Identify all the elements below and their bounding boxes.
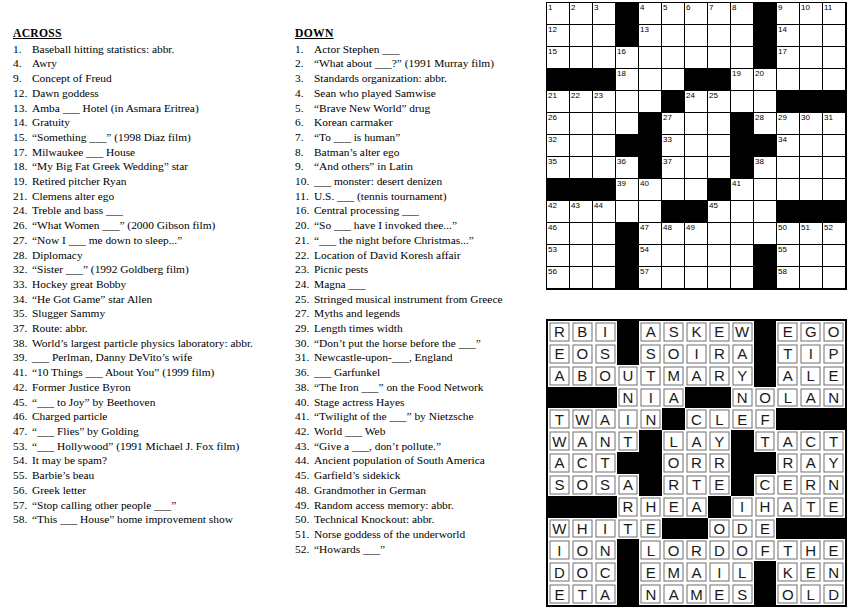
clue-number: 4. [295,86,314,101]
clue-item: 5.“Brave New World” drug [295,101,551,116]
clue-item: 37.Route: abbr. [13,321,293,336]
puzzle-cell[interactable] [662,25,685,47]
puzzle-cell[interactable] [639,47,662,69]
clue-item: 21.Clemens alter ego [13,189,293,204]
solution-letter-cell: B [571,321,594,343]
puzzle-cell[interactable]: 47 [639,223,662,245]
puzzle-cell[interactable]: 48 [662,223,685,245]
block-cell [570,179,593,201]
puzzle-cell[interactable]: 22 [570,91,593,113]
clue-text: “So ___ have I invoked thee...” [314,218,551,233]
puzzle-cell[interactable]: 34 [777,135,800,157]
solution-letter-cell: C [754,474,777,496]
clue-text: Hockey great Bobby [32,277,293,292]
cell-number: 43 [571,201,580,210]
cell-number: 52 [824,223,833,232]
clue-number: 23. [295,262,314,277]
puzzle-cell[interactable] [731,25,754,47]
puzzle-cell[interactable] [708,47,731,69]
puzzle-cell[interactable] [639,201,662,223]
puzzle-cell[interactable]: 27 [662,113,685,135]
clue-item: 18.“My Big Fat Greek Wedding” star [13,159,293,174]
puzzle-cell[interactable]: 3 [593,3,616,25]
solution-block-cell [594,496,617,518]
clue-text: “What Women ___” (2000 Gibson film) [32,218,293,233]
block-cell [616,245,639,267]
puzzle-cell[interactable] [685,245,708,267]
block-cell [547,179,570,201]
solution-letter-cell: L [799,583,822,605]
clue-number: 15. [13,130,32,145]
clue-number: 58. [13,512,32,527]
block-cell [800,201,823,223]
puzzle-cell[interactable] [685,25,708,47]
puzzle-cell[interactable] [754,91,777,113]
crossword-solution-grid: RBIASKEWEGOEOSSOIRATIPABOUTMARYALENIANOL… [546,319,847,607]
puzzle-cell[interactable]: 56 [547,267,570,289]
puzzle-cell[interactable] [731,47,754,69]
solution-letter-cell: L [776,387,799,409]
clue-item: 29.Length times width [295,321,551,336]
puzzle-cell[interactable]: 29 [777,113,800,135]
puzzle-cell[interactable]: 19 [731,69,754,91]
clue-item: 1.Baseball hitting statistics: abbr. [13,42,293,57]
block-cell [662,201,685,223]
cell-number: 36 [617,157,626,166]
clue-item: 34.“He Got Game” star Allen [13,292,293,307]
puzzle-cell[interactable] [593,135,616,157]
puzzle-cell[interactable]: 31 [823,113,846,135]
clue-text: “Something ___” (1998 Diaz film) [32,130,293,145]
puzzle-cell[interactable]: 49 [685,223,708,245]
puzzle-cell[interactable] [639,91,662,113]
block-cell [754,245,777,267]
puzzle-cell[interactable] [593,245,616,267]
puzzle-cell[interactable]: 45 [708,201,731,223]
puzzle-cell[interactable]: 57 [639,267,662,289]
puzzle-cell[interactable] [754,179,777,201]
clue-item: 38.“The Iron ___” on the Food Network [295,380,551,395]
puzzle-cell[interactable]: 1 [547,3,570,25]
puzzle-cell[interactable]: 58 [777,267,800,289]
solution-block-cell [617,343,640,365]
solution-letter-cell: R [685,452,708,474]
block-cell [777,201,800,223]
clue-text: It may be spam? [32,453,293,468]
puzzle-cell[interactable] [823,69,846,91]
puzzle-cell[interactable] [685,113,708,135]
solution-block-cell [754,452,777,474]
puzzle-cell[interactable] [731,201,754,223]
cell-number: 12 [548,25,557,34]
cell-number: 29 [778,113,787,122]
solution-letter-cell: C [799,430,822,452]
clue-number: 57. [13,498,32,513]
solution-letter-cell: I [594,321,617,343]
clue-number: 50. [295,512,314,527]
puzzle-cell[interactable]: 9 [777,3,800,25]
solution-letter-cell: O [662,452,685,474]
puzzle-cell[interactable] [662,179,685,201]
puzzle-cell[interactable] [823,25,846,47]
puzzle-cell[interactable] [823,135,846,157]
puzzle-cell[interactable]: 35 [547,157,570,179]
solution-letter-cell: A [617,474,640,496]
clue-number: 10. [295,174,314,189]
puzzle-cell[interactable] [823,179,846,201]
cell-number: 35 [548,157,557,166]
puzzle-cell[interactable]: 23 [593,91,616,113]
clue-text: ___ Garfunkel [314,365,551,380]
puzzle-cell[interactable] [731,245,754,267]
puzzle-cell[interactable] [616,91,639,113]
puzzle-cell[interactable] [754,201,777,223]
cell-number: 9 [778,3,782,12]
puzzle-cell[interactable]: 11 [823,3,846,25]
solution-letter-cell: B [571,365,594,387]
clue-text: Charged particle [32,409,293,424]
solution-letter-cell: K [685,321,708,343]
solution-letter-cell: E [822,539,845,561]
clue-text: “And others” in Latin [314,159,551,174]
solution-letter-cell: O [822,321,845,343]
solution-letter-cell: O [754,387,777,409]
clue-item: 23.Picnic pests [295,262,551,277]
puzzle-cell[interactable]: 32 [547,135,570,157]
solution-letter-cell: D [731,518,754,540]
clue-item: 15.“Something ___” (1998 Diaz film) [13,130,293,145]
puzzle-cell[interactable] [708,135,731,157]
puzzle-cell[interactable] [593,267,616,289]
puzzle-cell[interactable]: 43 [570,201,593,223]
solution-block-cell [571,387,594,409]
puzzle-cell[interactable] [593,157,616,179]
puzzle-cell[interactable] [708,113,731,135]
puzzle-cell[interactable]: 41 [731,179,754,201]
puzzle-cell[interactable] [685,179,708,201]
puzzle-cell[interactable]: 52 [823,223,846,245]
puzzle-cell[interactable]: 39 [616,179,639,201]
puzzle-cell[interactable] [570,113,593,135]
puzzle-cell[interactable] [800,135,823,157]
puzzle-cell[interactable]: 15 [547,47,570,69]
puzzle-cell[interactable] [754,223,777,245]
puzzle-cell[interactable]: 55 [777,245,800,267]
clue-item: 35.Slugger Sammy [13,306,293,321]
puzzle-cell[interactable] [731,223,754,245]
clue-number: 17. [13,145,32,160]
solution-letter-cell: K [776,561,799,583]
solution-letter-cell: T [822,430,845,452]
clue-item: 39.___ Perlman, Danny DeVito’s wife [13,350,293,365]
clue-number: 25. [295,292,314,307]
puzzle-cell[interactable]: 6 [685,3,708,25]
clue-item: 6.Korean carmaker [295,115,551,130]
solution-letter-cell: P [822,343,845,365]
puzzle-cell[interactable] [800,267,823,289]
puzzle-cell[interactable]: 4 [639,3,662,25]
clue-text: Concept of Freud [32,71,293,86]
puzzle-cell[interactable]: 21 [547,91,570,113]
puzzle-cell[interactable]: 40 [639,179,662,201]
clue-text: Norse goddess of the underworld [314,527,551,542]
solution-block-cell [617,321,640,343]
puzzle-cell[interactable] [708,25,731,47]
solution-block-cell [799,518,822,540]
solution-letter-cell: Y [731,365,754,387]
puzzle-cell[interactable] [593,113,616,135]
clue-text: Slugger Sammy [32,306,293,321]
block-cell [685,201,708,223]
clue-item: 13.Amba ___ Hotel (in Asmara Eritrea) [13,101,293,116]
puzzle-cell[interactable]: 51 [800,223,823,245]
solution-letter-cell: S [639,343,662,365]
puzzle-cell[interactable] [731,267,754,289]
solution-letter-cell: E [708,583,731,605]
puzzle-cell[interactable] [685,135,708,157]
puzzle-cell[interactable]: 54 [639,245,662,267]
puzzle-cell[interactable] [800,157,823,179]
solution-block-cell [822,408,845,430]
solution-letter-cell: O [571,561,594,583]
puzzle-cell[interactable] [570,245,593,267]
clue-item: 16.Central processing ___ [295,203,551,218]
solution-letter-cell: R [776,452,799,474]
clue-number: 18. [13,159,32,174]
solution-letter-cell: I [548,539,571,561]
puzzle-cell[interactable]: 24 [685,91,708,113]
clue-item: 57.“Stop calling other people ___” [13,498,293,513]
puzzle-cell[interactable]: 25 [708,91,731,113]
clue-text: Retired pitcher Ryan [32,174,293,189]
clue-item: 33.Hockey great Bobby [13,277,293,292]
puzzle-cell[interactable] [662,69,685,91]
solution-block-cell [594,387,617,409]
puzzle-cell[interactable] [685,267,708,289]
cell-number: 26 [548,113,557,122]
solution-letter-cell: N [594,539,617,561]
puzzle-cell[interactable]: 2 [570,3,593,25]
solution-letter-cell: O [662,343,685,365]
solution-letter-cell: A [685,365,708,387]
clue-text: Myths and legends [314,306,551,321]
puzzle-cell[interactable] [823,157,846,179]
puzzle-cell[interactable]: 7 [708,3,731,25]
clue-item: 55.Barbie’s beau [13,468,293,483]
puzzle-cell[interactable]: 13 [639,25,662,47]
puzzle-cell[interactable]: 28 [754,113,777,135]
puzzle-cell[interactable] [593,25,616,47]
block-cell [616,135,639,157]
solution-letter-cell: Y [708,430,731,452]
puzzle-cell[interactable] [616,113,639,135]
puzzle-cell[interactable] [662,245,685,267]
solution-letter-cell: E [731,408,754,430]
puzzle-cell[interactable] [593,47,616,69]
puzzle-cell[interactable]: 8 [731,3,754,25]
puzzle-cell[interactable] [570,157,593,179]
puzzle-cell[interactable]: 10 [800,3,823,25]
clue-text: Ancient population of South America [314,453,551,468]
clue-text: “My Big Fat Greek Wedding” star [32,159,293,174]
puzzle-cell[interactable] [823,267,846,289]
clue-text: Random access memory: abbr. [314,498,551,513]
clue-item: 1.Actor Stephen ___ [295,42,551,57]
puzzle-cell[interactable] [777,157,800,179]
puzzle-cell[interactable]: 44 [593,201,616,223]
puzzle-cell[interactable] [708,157,731,179]
puzzle-cell[interactable] [685,157,708,179]
clue-item: 24.Magna ___ [295,277,551,292]
puzzle-cell[interactable]: 50 [777,223,800,245]
puzzle-cell[interactable] [800,25,823,47]
block-cell [800,91,823,113]
solution-letter-cell: O [571,343,594,365]
puzzle-cell[interactable]: 36 [616,157,639,179]
block-cell [754,47,777,69]
clue-item: 48.Grandmother in German [295,483,551,498]
puzzle-cell[interactable] [570,47,593,69]
puzzle-cell[interactable]: 16 [616,47,639,69]
puzzle-cell[interactable] [823,47,846,69]
solution-letter-cell: T [776,343,799,365]
puzzle-cell[interactable] [777,69,800,91]
cell-number: 56 [548,267,557,276]
solution-letter-cell: E [548,343,571,365]
clue-text: “Now I ___ me down to sleep...” [32,233,293,248]
solution-letter-cell: E [548,583,571,605]
solution-letter-cell: A [685,430,708,452]
solution-block-cell [548,387,571,409]
clue-text: “The Iron ___” on the Food Network [314,380,551,395]
puzzle-cell[interactable] [639,69,662,91]
puzzle-cell[interactable]: 46 [547,223,570,245]
puzzle-cell[interactable] [570,135,593,157]
puzzle-cell[interactable] [662,47,685,69]
puzzle-cell[interactable] [570,267,593,289]
clue-item: 17.Milwaukee ___ House [13,145,293,160]
puzzle-cell[interactable]: 26 [547,113,570,135]
puzzle-cell[interactable] [777,179,800,201]
solution-letter-cell: O [776,583,799,605]
block-cell [823,91,846,113]
solution-letter-cell: A [594,583,617,605]
puzzle-cell[interactable] [570,223,593,245]
solution-letter-cell: D [708,539,731,561]
solution-letter-cell: A [776,365,799,387]
puzzle-cell[interactable]: 17 [777,47,800,69]
clue-item: 26.“What Women ___” (2000 Gibson film) [13,218,293,233]
solution-letter-cell: T [639,365,662,387]
solution-letter-cell: A [731,343,754,365]
clue-number: 32. [13,262,32,277]
puzzle-cell[interactable] [570,25,593,47]
solution-letter-cell: T [548,408,571,430]
clue-text: Former Justice Byron [32,380,293,395]
puzzle-cell[interactable] [800,179,823,201]
puzzle-cell[interactable] [823,245,846,267]
puzzle-cell[interactable]: 12 [547,25,570,47]
across-clues-column: ACROSS 1.Baseball hitting statistics: ab… [13,27,293,527]
puzzle-cell[interactable]: 30 [800,113,823,135]
puzzle-cell[interactable] [616,201,639,223]
cell-number: 58 [778,267,787,276]
clue-number: 1. [13,42,32,57]
solution-letter-cell: H [799,539,822,561]
clue-number: 13. [13,101,32,116]
clue-text: “To ___ is human” [314,130,551,145]
clue-number: 24. [13,203,32,218]
puzzle-cell[interactable] [708,223,731,245]
puzzle-cell[interactable]: 38 [754,157,777,179]
clue-text: ___ monster: desert denizen [314,174,551,189]
cell-number: 20 [755,69,764,78]
solution-letter-cell: C [594,561,617,583]
block-cell [708,69,731,91]
puzzle-cell[interactable]: 42 [547,201,570,223]
cell-number: 13 [640,25,649,34]
clue-item: 9.“And others” in Latin [295,159,551,174]
puzzle-cell[interactable]: 18 [616,69,639,91]
puzzle-cell[interactable]: 20 [754,69,777,91]
solution-letter-cell: T [776,539,799,561]
clue-number: 4. [13,56,32,71]
puzzle-cell[interactable] [708,245,731,267]
solution-letter-cell: W [731,321,754,343]
puzzle-cell[interactable] [800,69,823,91]
puzzle-cell[interactable] [593,223,616,245]
puzzle-cell[interactable] [662,267,685,289]
puzzle-cell[interactable] [800,47,823,69]
solution-letter-cell: T [617,518,640,540]
solution-block-cell [639,430,662,452]
puzzle-cell[interactable]: 53 [547,245,570,267]
clue-number: 48. [295,483,314,498]
puzzle-cell[interactable]: 14 [777,25,800,47]
clue-item: 46.Charged particle [13,409,293,424]
clue-item: 3.Standards organization: abbr. [295,71,551,86]
solution-letter-cell: I [639,387,662,409]
puzzle-cell[interactable] [685,47,708,69]
clue-number: 43. [295,439,314,454]
clue-number: 2. [295,56,314,71]
puzzle-cell[interactable] [731,91,754,113]
clue-number: 45. [13,395,32,410]
cell-number: 51 [801,223,810,232]
puzzle-cell[interactable]: 5 [662,3,685,25]
clue-number: 52. [295,542,314,557]
block-cell [616,3,639,25]
block-cell [731,113,754,135]
clue-text: “Brave New World” drug [314,101,551,116]
solution-block-cell [571,496,594,518]
solution-letter-cell: E [708,474,731,496]
clue-text: Baseball hitting statistics: abbr. [32,42,293,57]
solution-letter-cell: N [822,387,845,409]
puzzle-cell[interactable] [708,267,731,289]
puzzle-cell[interactable] [800,245,823,267]
puzzle-cell[interactable]: 33 [662,135,685,157]
clue-number: 38. [13,336,32,351]
solution-letter-cell: I [685,343,708,365]
puzzle-cell[interactable]: 37 [662,157,685,179]
clue-item: 4.Awry [13,56,293,71]
solution-letter-cell: E [776,474,799,496]
clue-number: 45. [295,468,314,483]
cell-number: 33 [663,135,672,144]
clue-text: Gratuity [32,115,293,130]
cell-number: 49 [686,223,695,232]
